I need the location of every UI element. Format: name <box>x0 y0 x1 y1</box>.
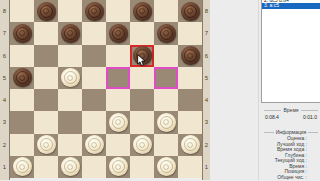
black-man-e7[interactable] <box>109 24 128 43</box>
black-man-h6[interactable] <box>181 46 200 65</box>
square-b6[interactable] <box>34 45 58 67</box>
rank-label-2: 2 <box>0 134 9 156</box>
square-e2[interactable] <box>106 134 130 156</box>
square-b4[interactable] <box>34 89 58 111</box>
square-e6[interactable] <box>106 45 130 67</box>
rank-label-3: 3 <box>0 111 9 133</box>
white-man-e3[interactable] <box>109 113 128 132</box>
rank-label-5: 5 <box>203 67 210 89</box>
square-c1[interactable] <box>58 156 82 178</box>
rank-labels-right: 87654321 <box>202 0 210 180</box>
rank-label-5: 5 <box>0 67 9 89</box>
square-c2[interactable] <box>58 134 82 156</box>
square-h5[interactable] <box>178 67 202 89</box>
black-man-a7[interactable] <box>13 24 32 43</box>
white-man-c5[interactable] <box>61 68 80 87</box>
clock-header-label: Время <box>283 107 298 113</box>
black-man-a5[interactable] <box>13 68 32 87</box>
white-man-f2[interactable] <box>133 135 152 154</box>
square-b7[interactable] <box>34 22 58 44</box>
square-f5[interactable] <box>130 67 154 89</box>
square-f2[interactable] <box>130 134 154 156</box>
rank-label-3: 3 <box>203 111 210 133</box>
square-h8[interactable] <box>178 0 202 22</box>
black-man-d8[interactable] <box>85 2 104 21</box>
rank-label-2: 2 <box>203 134 210 156</box>
side-panel: 2. dc5 d:b43. a:c5 Время 0:08.4 0:01.0 И… <box>210 0 320 180</box>
info-rows: Оценка :Лучший ход :Время хода :Глубина … <box>262 136 320 180</box>
square-f4[interactable] <box>130 89 154 111</box>
clock-right: 0:01.0 <box>303 114 317 120</box>
info-row: Общее чис. : <box>262 175 320 181</box>
square-c6[interactable] <box>58 45 82 67</box>
square-b8[interactable] <box>34 0 58 22</box>
white-man-c1[interactable] <box>61 157 80 176</box>
square-b2[interactable] <box>34 134 58 156</box>
white-man-b2[interactable] <box>37 135 56 154</box>
square-f1[interactable] <box>130 156 154 178</box>
square-c7[interactable] <box>58 22 82 44</box>
rank-labels-left: 87654321 <box>0 0 10 180</box>
clock-left: 0:08.4 <box>265 114 279 120</box>
white-man-d2[interactable] <box>85 135 104 154</box>
square-g7[interactable] <box>154 22 178 44</box>
square-e1[interactable] <box>106 156 130 178</box>
black-man-b8[interactable] <box>37 2 56 21</box>
square-a3[interactable] <box>10 111 34 133</box>
square-h4[interactable] <box>178 89 202 111</box>
mouse-cursor-icon <box>137 53 146 66</box>
square-e8[interactable] <box>106 0 130 22</box>
square-e4[interactable] <box>106 89 130 111</box>
rank-label-4: 4 <box>0 89 9 111</box>
black-man-g7[interactable] <box>157 24 176 43</box>
board-area: 87654321 87654321 <box>0 0 210 180</box>
square-b3[interactable] <box>34 111 58 133</box>
black-man-f8[interactable] <box>133 2 152 21</box>
rank-label-7: 7 <box>203 22 210 44</box>
square-c4[interactable] <box>58 89 82 111</box>
square-f7[interactable] <box>130 22 154 44</box>
square-g2[interactable] <box>154 134 178 156</box>
square-c5[interactable] <box>58 67 82 89</box>
rank-label-8: 8 <box>203 0 210 22</box>
square-h6[interactable] <box>178 45 202 67</box>
move-list-item[interactable]: 3. a:c5 <box>262 3 320 8</box>
panel-divider <box>258 0 259 180</box>
rank-label-6: 6 <box>0 45 9 67</box>
black-man-c7[interactable] <box>61 24 80 43</box>
square-h2[interactable] <box>178 134 202 156</box>
square-d5[interactable] <box>82 67 106 89</box>
square-f3[interactable] <box>130 111 154 133</box>
move-list-items: 2. dc5 d:b43. a:c5 <box>262 0 320 9</box>
square-a1[interactable] <box>10 156 34 178</box>
white-man-e1[interactable] <box>109 157 128 176</box>
rank-label-1: 1 <box>203 156 210 178</box>
square-b5[interactable] <box>34 67 58 89</box>
square-e3[interactable] <box>106 111 130 133</box>
square-g5[interactable] <box>154 67 178 89</box>
move-list[interactable]: 2. dc5 d:b43. a:c5 <box>261 0 320 103</box>
square-d4[interactable] <box>82 89 106 111</box>
white-man-h2[interactable] <box>181 135 200 154</box>
rank-label-4: 4 <box>203 89 210 111</box>
square-g4[interactable] <box>154 89 178 111</box>
square-a4[interactable] <box>10 89 34 111</box>
square-d2[interactable] <box>82 134 106 156</box>
square-a2[interactable] <box>10 134 34 156</box>
square-h3[interactable] <box>178 111 202 133</box>
square-g3[interactable] <box>154 111 178 133</box>
rank-label-7: 7 <box>0 22 9 44</box>
square-g1[interactable] <box>154 156 178 178</box>
square-a6[interactable] <box>10 45 34 67</box>
square-a7[interactable] <box>10 22 34 44</box>
rank-label-8: 8 <box>0 0 9 22</box>
black-man-h8[interactable] <box>181 2 200 21</box>
square-c8[interactable] <box>58 0 82 22</box>
clock-section-header: Время <box>262 107 320 113</box>
square-d3[interactable] <box>82 111 106 133</box>
square-g6[interactable] <box>154 45 178 67</box>
square-d1[interactable] <box>82 156 106 178</box>
square-a8[interactable] <box>10 0 34 22</box>
rank-label-1: 1 <box>0 156 9 178</box>
square-d8[interactable] <box>82 0 106 22</box>
white-man-g1[interactable] <box>157 157 176 176</box>
square-d6[interactable] <box>82 45 106 67</box>
square-e5[interactable] <box>106 67 130 89</box>
square-d7[interactable] <box>82 22 106 44</box>
board <box>10 0 202 178</box>
square-b1[interactable] <box>34 156 58 178</box>
square-h1[interactable] <box>178 156 202 178</box>
square-e7[interactable] <box>106 22 130 44</box>
white-man-a1[interactable] <box>13 157 32 176</box>
square-g8[interactable] <box>154 0 178 22</box>
square-h7[interactable] <box>178 22 202 44</box>
square-f8[interactable] <box>130 0 154 22</box>
rank-label-6: 6 <box>203 45 210 67</box>
square-c3[interactable] <box>58 111 82 133</box>
square-a5[interactable] <box>10 67 34 89</box>
white-man-g3[interactable] <box>157 113 176 132</box>
clocks: 0:08.4 0:01.0 <box>262 114 320 120</box>
